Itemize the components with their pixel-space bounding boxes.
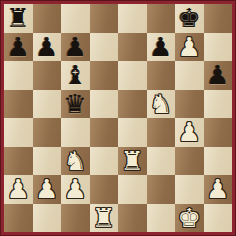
square-b6[interactable] [33, 61, 62, 90]
square-d2[interactable] [90, 175, 119, 204]
square-f1[interactable] [147, 204, 176, 233]
square-e7[interactable] [118, 33, 147, 62]
square-e8[interactable] [118, 4, 147, 33]
square-a8[interactable]: ♜ [4, 4, 33, 33]
square-b8[interactable] [33, 4, 62, 33]
square-a2[interactable]: ♟ [4, 175, 33, 204]
square-h1[interactable] [204, 204, 233, 233]
square-f4[interactable] [147, 118, 176, 147]
square-h7[interactable] [204, 33, 233, 62]
piece-black-bishop[interactable]: ♝ [64, 61, 87, 90]
square-a6[interactable] [4, 61, 33, 90]
square-b5[interactable] [33, 90, 62, 119]
square-d5[interactable] [90, 90, 119, 119]
piece-white-knight[interactable]: ♞ [149, 90, 172, 119]
square-g7[interactable]: ♟ [175, 33, 204, 62]
square-c3[interactable]: ♞ [61, 147, 90, 176]
square-d6[interactable] [90, 61, 119, 90]
square-g2[interactable] [175, 175, 204, 204]
square-c4[interactable] [61, 118, 90, 147]
piece-white-pawn[interactable]: ♟ [206, 175, 229, 204]
square-f2[interactable] [147, 175, 176, 204]
square-e5[interactable] [118, 90, 147, 119]
square-b7[interactable]: ♟ [33, 33, 62, 62]
square-e4[interactable] [118, 118, 147, 147]
square-h2[interactable]: ♟ [204, 175, 233, 204]
piece-black-queen[interactable]: ♛ [64, 90, 87, 119]
square-g6[interactable] [175, 61, 204, 90]
square-h4[interactable] [204, 118, 233, 147]
square-c2[interactable]: ♟ [61, 175, 90, 204]
square-g5[interactable] [175, 90, 204, 119]
square-g1[interactable]: ♚ [175, 204, 204, 233]
square-f3[interactable] [147, 147, 176, 176]
piece-white-king[interactable]: ♚ [178, 204, 201, 233]
square-f8[interactable] [147, 4, 176, 33]
square-h3[interactable] [204, 147, 233, 176]
piece-black-king[interactable]: ♚ [178, 4, 201, 33]
square-a7[interactable]: ♟ [4, 33, 33, 62]
square-a3[interactable] [4, 147, 33, 176]
square-a5[interactable] [4, 90, 33, 119]
square-e2[interactable] [118, 175, 147, 204]
square-e6[interactable] [118, 61, 147, 90]
square-c1[interactable] [61, 204, 90, 233]
square-f6[interactable] [147, 61, 176, 90]
square-c5[interactable]: ♛ [61, 90, 90, 119]
square-a4[interactable] [4, 118, 33, 147]
square-g3[interactable] [175, 147, 204, 176]
square-f5[interactable]: ♞ [147, 90, 176, 119]
piece-black-pawn[interactable]: ♟ [206, 61, 229, 90]
square-c6[interactable]: ♝ [61, 61, 90, 90]
chess-board-frame: ♜♚♟♟♟♟♟♝♟♛♞♟♞♜♟♟♟♟♜♚ [0, 0, 236, 236]
square-d3[interactable] [90, 147, 119, 176]
piece-black-pawn[interactable]: ♟ [7, 33, 30, 62]
square-g4[interactable]: ♟ [175, 118, 204, 147]
square-b3[interactable] [33, 147, 62, 176]
square-f7[interactable]: ♟ [147, 33, 176, 62]
square-c8[interactable] [61, 4, 90, 33]
square-c7[interactable]: ♟ [61, 33, 90, 62]
piece-black-pawn[interactable]: ♟ [64, 33, 87, 62]
square-h5[interactable] [204, 90, 233, 119]
square-g8[interactable]: ♚ [175, 4, 204, 33]
piece-white-rook[interactable]: ♜ [121, 147, 144, 176]
square-a1[interactable] [4, 204, 33, 233]
piece-white-pawn[interactable]: ♟ [7, 175, 30, 204]
piece-black-pawn[interactable]: ♟ [149, 33, 172, 62]
square-b2[interactable]: ♟ [33, 175, 62, 204]
square-d7[interactable] [90, 33, 119, 62]
piece-black-rook[interactable]: ♜ [7, 4, 30, 33]
piece-white-rook[interactable]: ♜ [92, 204, 115, 233]
piece-white-knight[interactable]: ♞ [64, 147, 87, 176]
square-d8[interactable] [90, 4, 119, 33]
chess-board: ♜♚♟♟♟♟♟♝♟♛♞♟♞♜♟♟♟♟♜♚ [4, 4, 232, 232]
square-e3[interactable]: ♜ [118, 147, 147, 176]
square-b4[interactable] [33, 118, 62, 147]
piece-white-pawn[interactable]: ♟ [35, 175, 58, 204]
square-b1[interactable] [33, 204, 62, 233]
piece-white-pawn[interactable]: ♟ [178, 118, 201, 147]
square-d4[interactable] [90, 118, 119, 147]
piece-white-pawn[interactable]: ♟ [178, 33, 201, 62]
square-d1[interactable]: ♜ [90, 204, 119, 233]
square-e1[interactable] [118, 204, 147, 233]
piece-white-pawn[interactable]: ♟ [64, 175, 87, 204]
square-h6[interactable]: ♟ [204, 61, 233, 90]
square-h8[interactable] [204, 4, 233, 33]
piece-black-pawn[interactable]: ♟ [35, 33, 58, 62]
